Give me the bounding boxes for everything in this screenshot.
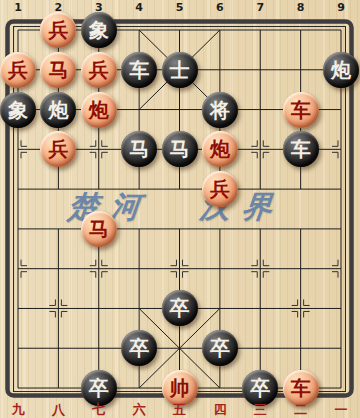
file-label-bottom-7: 三 (254, 401, 267, 418)
piece-glyph: 卒 (162, 290, 198, 326)
piece-glyph: 车 (283, 131, 319, 167)
piece-glyph: 炮 (40, 92, 76, 128)
piece-red-cannon[interactable]: 炮 (81, 92, 117, 128)
file-label-bottom-9: 一 (335, 401, 348, 418)
piece-glyph: 象 (0, 92, 36, 128)
piece-black-elephant[interactable]: 象 (0, 92, 36, 128)
piece-glyph: 马 (121, 131, 157, 167)
file-label-bottom-6: 四 (213, 401, 226, 418)
piece-black-cannon[interactable]: 炮 (323, 52, 359, 88)
piece-red-pawn[interactable]: 兵 (202, 171, 238, 207)
piece-red-pawn[interactable]: 兵 (81, 52, 117, 88)
piece-glyph: 兵 (81, 52, 117, 88)
piece-red-pawn[interactable]: 兵 (40, 12, 76, 48)
piece-black-cannon[interactable]: 炮 (40, 92, 76, 128)
piece-glyph: 马 (40, 52, 76, 88)
piece-glyph: 马 (81, 211, 117, 247)
piece-black-pawn[interactable]: 卒 (162, 290, 198, 326)
piece-black-chariot[interactable]: 车 (283, 131, 319, 167)
piece-glyph: 炮 (202, 131, 238, 167)
piece-black-pawn[interactable]: 卒 (202, 330, 238, 366)
piece-red-horse[interactable]: 马 (40, 52, 76, 88)
piece-glyph: 卒 (202, 330, 238, 366)
piece-glyph: 车 (283, 92, 319, 128)
piece-black-horse[interactable]: 马 (121, 131, 157, 167)
piece-black-general[interactable]: 将 (202, 92, 238, 128)
piece-glyph: 兵 (0, 52, 36, 88)
piece-glyph: 卒 (121, 330, 157, 366)
file-label-bottom-8: 二 (294, 401, 307, 418)
piece-red-chariot[interactable]: 车 (283, 92, 319, 128)
piece-glyph: 兵 (40, 12, 76, 48)
file-label-bottom-4: 六 (133, 401, 146, 418)
piece-glyph: 将 (202, 92, 238, 128)
piece-glyph: 士 (162, 52, 198, 88)
piece-glyph: 象 (81, 12, 117, 48)
xiangqi-board-window: 123456789 楚河 汉界 兵象兵马兵车士炮象炮炮将车兵马马炮车兵马卒卒卒卒… (0, 0, 360, 418)
piece-red-cannon[interactable]: 炮 (202, 131, 238, 167)
piece-glyph: 车 (121, 52, 157, 88)
piece-glyph: 炮 (323, 52, 359, 88)
piece-black-horse[interactable]: 马 (162, 131, 198, 167)
piece-black-elephant[interactable]: 象 (81, 12, 117, 48)
piece-red-horse[interactable]: 马 (81, 211, 117, 247)
file-label-bottom-3: 七 (92, 401, 105, 418)
piece-black-chariot[interactable]: 车 (121, 52, 157, 88)
file-label-bottom-5: 五 (173, 401, 186, 418)
piece-black-pawn[interactable]: 卒 (121, 330, 157, 366)
piece-red-pawn[interactable]: 兵 (40, 131, 76, 167)
piece-glyph: 马 (162, 131, 198, 167)
piece-glyph: 炮 (81, 92, 117, 128)
piece-glyph: 兵 (202, 171, 238, 207)
file-label-bottom-2: 八 (52, 401, 65, 418)
file-label-bottom-1: 九 (12, 401, 25, 418)
piece-red-pawn[interactable]: 兵 (0, 52, 36, 88)
piece-black-advisor[interactable]: 士 (162, 52, 198, 88)
piece-glyph: 兵 (40, 131, 76, 167)
